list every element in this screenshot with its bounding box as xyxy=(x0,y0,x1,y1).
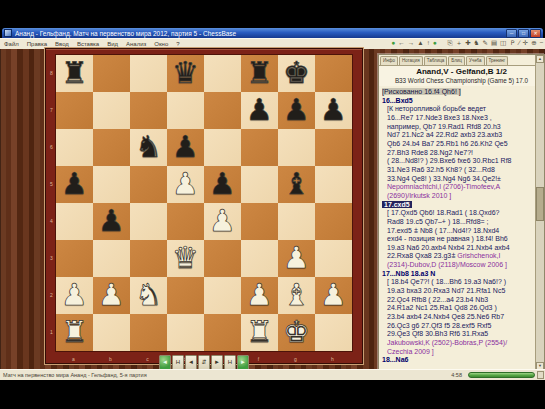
toolbar: ●←→▲↑●⎘＋✚♞✎▤◫Ｐ∕✛⊕− xyxy=(390,38,545,48)
current-move[interactable]: 17.cxd5 xyxy=(382,201,412,208)
square-f5[interactable] xyxy=(241,166,278,203)
square-c4[interactable] xyxy=(130,203,167,240)
black-pawn-e5[interactable]: ♟ xyxy=(204,166,241,203)
minimize-button[interactable]: ─ xyxy=(506,29,517,38)
black-pawn-b4[interactable]: ♟ xyxy=(93,203,130,240)
notation-line[interactable]: [Рискованно 16.f4 Qh6! ] xyxy=(382,88,534,97)
black-bishop-g5[interactable]: ♝ xyxy=(278,166,315,203)
notation-scrollbar[interactable]: ▲ ▼ xyxy=(535,55,544,370)
notation-segment[interactable]: 17.exd5 ⩲ Nb8 ( 17...Nd4!? 18.Nxd4 xyxy=(387,227,499,234)
minus-icon[interactable]: − xyxy=(540,38,544,48)
menu-item-5[interactable]: Вид xyxy=(107,41,118,47)
notation-line[interactable]: 33.Ng4 Qe8! ) 33.Ng4 Ng6 34.Qe2!± xyxy=(382,175,534,184)
black-pawn-g7[interactable]: ♟ xyxy=(278,92,315,129)
notation-segment[interactable]: 18...Na6 xyxy=(382,356,408,363)
plus-icon[interactable]: ＋ xyxy=(456,38,463,48)
square-d8[interactable]: ♛ xyxy=(167,55,204,92)
notation-segment[interactable]: 19.a3 bxa3 20.Rxa3 Nd7 21.Rfa1 Nc5 xyxy=(387,287,505,294)
notation-segment[interactable]: Czechia 2009 ] xyxy=(387,348,434,355)
white-king-g1[interactable]: ♚ xyxy=(278,314,315,351)
notation-line[interactable]: 22.Rxa8 Qxa8 23.g3⩲ Grishchenok,I xyxy=(382,252,534,261)
white-pawn-h2[interactable]: ♟ xyxy=(315,277,352,314)
notation-segment[interactable]: Nepomniachtchi,I (2706)-Timofeev,A xyxy=(387,183,500,190)
square-c3[interactable] xyxy=(130,240,167,277)
white-pawn-b2[interactable]: ♟ xyxy=(93,277,130,314)
white-pawn-d5[interactable]: ♟ xyxy=(167,166,204,203)
square-g6[interactable] xyxy=(278,129,315,166)
panel-tabs: ИнфоНотацияТаблицаБлицУчебаТренинг xyxy=(379,55,544,65)
black-pawn-d6[interactable]: ♟ xyxy=(167,129,204,166)
zoom-icon[interactable]: ⊕ xyxy=(531,38,536,48)
flip-board-button[interactable]: ⇵ xyxy=(198,355,210,370)
notation-segment[interactable]: 31.Ne3 Ra6 32.h5 Kh8? ( 32...Rd8 xyxy=(387,166,495,173)
square-e7[interactable] xyxy=(204,92,241,129)
rank-label-3: 3 xyxy=(48,240,55,277)
notation-line[interactable]: Qb6 24.b4 Ba7 25.Rb1 h6 26.Kh2 Qe5 xyxy=(382,140,534,149)
notation-segment[interactable]: Qb6 24.b4 Ba7 25.Rb1 h6 26.Kh2 Qe5 xyxy=(387,140,508,147)
square-d5[interactable]: ♟ xyxy=(167,166,204,203)
time-label: 4:58 xyxy=(451,372,462,378)
notation-text[interactable]: [Рискованно 16.f4 Qh6! ]16...Bxd5[К нето… xyxy=(382,88,534,368)
notation-line[interactable]: 16...Re7 17.Nde3 Bxe3 18.Nxe3 , xyxy=(382,114,534,123)
menu-item-1[interactable]: Файл xyxy=(4,41,19,47)
square-g8[interactable]: ♚ xyxy=(278,55,315,92)
menu-item-4[interactable]: Вставка xyxy=(77,41,99,47)
notation-line[interactable]: 31.Ne3 Ra6 32.h5 Kh8? ( 32...Rd8 xyxy=(382,166,534,175)
square-h1[interactable] xyxy=(315,314,352,351)
square-g4[interactable] xyxy=(278,203,315,240)
white-pawn-g3[interactable]: ♟ xyxy=(278,240,315,277)
takeback-button[interactable]: ◄ xyxy=(185,355,197,370)
maximize-button[interactable]: □ xyxy=(518,29,529,38)
square-a4[interactable] xyxy=(56,203,93,240)
square-a5[interactable]: ♟ xyxy=(56,166,93,203)
notation-segment[interactable]: 29.Qe3 Qf8 30.Bh3 Rf6 31.Rxa5 xyxy=(387,330,488,337)
notation-line[interactable]: 16...Bxd5 xyxy=(382,97,534,106)
square-f6[interactable] xyxy=(241,129,278,166)
square-c2[interactable]: ♞ xyxy=(130,277,167,314)
notation-segment[interactable]: 16...Bxd5 xyxy=(382,97,413,104)
jump-start-button[interactable]: H xyxy=(172,355,184,370)
scroll-up-arrow[interactable]: ▲ xyxy=(536,55,544,63)
black-rook-f8[interactable]: ♜ xyxy=(241,55,278,92)
square-h2[interactable]: ♟ xyxy=(315,277,352,314)
up-triangle-icon[interactable]: ▲ xyxy=(417,38,423,48)
square-e4[interactable]: ♟ xyxy=(204,203,241,240)
square-f4[interactable] xyxy=(241,203,278,240)
app-icon xyxy=(4,29,12,37)
square-b6[interactable] xyxy=(93,129,130,166)
square-e3[interactable] xyxy=(204,240,241,277)
black-queen-d8[interactable]: ♛ xyxy=(167,55,204,92)
menu-item-6[interactable]: Анализ xyxy=(126,41,146,47)
rank-label-5: 5 xyxy=(48,166,55,203)
black-pawn-a5[interactable]: ♟ xyxy=(56,166,93,203)
notation-segment[interactable]: 24.R1a2 Nc1 25.Ra1 Qd8 26.Qd3 ) xyxy=(387,304,497,311)
notation-segment[interactable]: 17...Nb8 18.a3 N xyxy=(382,270,435,277)
notation-line[interactable]: [ 17.Qxd5 Qb6! 18.Rad1 ( 18.Qxd6? xyxy=(382,209,534,218)
square-d3[interactable]: ♛ xyxy=(167,240,204,277)
notation-segment[interactable]: 23.b4 axb4 24.Nxb4 Qe8 25.Ne6 Rb7 xyxy=(387,313,504,320)
notation-segment[interactable]: exd4 - позиция не равная ) 18.f4! Bh6 xyxy=(387,235,508,242)
notation-segment[interactable]: (2690)/Irkutsk 2010 ] xyxy=(387,192,451,199)
notation-line[interactable]: например, Qb7 19.Rad1 Rfd8 20.h3 xyxy=(382,123,534,132)
rank-label-7: 7 xyxy=(48,92,55,129)
black-pawn-f7[interactable]: ♟ xyxy=(241,92,278,129)
square-f1[interactable]: ♜ xyxy=(241,314,278,351)
notation-segment[interactable]: [ 17.Qxd5 Qb6! 18.Rad1 ( 18.Qxd6? xyxy=(387,209,499,216)
notation-segment[interactable]: 16...Re7 17.Nde3 Bxe3 18.Nxe3 , xyxy=(387,114,492,121)
pencil-icon[interactable]: ✎ xyxy=(482,38,487,48)
square-h8[interactable] xyxy=(315,55,352,92)
game-players: Anand,V - Gelfand,B 1/2 xyxy=(379,67,544,76)
notation-line[interactable]: Rad8 19.c5 Qb7–+ ) 18...Rfd8= ; xyxy=(382,218,534,227)
file-label-b: b xyxy=(92,356,129,362)
panel-tab-5[interactable]: Учеба xyxy=(466,56,485,65)
black-king-g8[interactable]: ♚ xyxy=(278,55,315,92)
close-button[interactable]: ✕ xyxy=(530,29,541,38)
file-label-g: g xyxy=(277,356,314,362)
square-h7[interactable]: ♟ xyxy=(315,92,352,129)
white-knight-c2[interactable]: ♞ xyxy=(130,277,167,314)
notation-line[interactable]: 24.R1a2 Nc1 25.Ra1 Qd8 26.Qd3 ) xyxy=(382,304,534,313)
board-grid: ♜♛♜♚♟♟♟♞♟♟♟♟♝♟♟♛♟♟♟♞♟♝♟♜♜♚ xyxy=(55,54,353,352)
window-controls: ─□✕ xyxy=(506,29,541,38)
notation-line[interactable]: 29.Qe3 Qf8 30.Bh3 Rf6 31.Rxa5 xyxy=(382,330,534,339)
notation-segment[interactable]: [Рискованно 16.f4 Qh6! ] xyxy=(382,88,461,95)
rank-labels: 87654321 xyxy=(48,55,55,351)
square-h3[interactable] xyxy=(315,240,352,277)
forward-button[interactable]: ► xyxy=(211,355,223,370)
white-rook-a1[interactable]: ♜ xyxy=(56,314,93,351)
square-c8[interactable] xyxy=(130,55,167,92)
square-h5[interactable] xyxy=(315,166,352,203)
square-g7[interactable]: ♟ xyxy=(278,92,315,129)
square-b5[interactable] xyxy=(93,166,130,203)
notation-segment[interactable]: 27.Bh3 Rde8 28.Ng2 Ne7?! xyxy=(387,149,473,156)
rank-label-4: 4 xyxy=(48,203,55,240)
square-b2[interactable]: ♟ xyxy=(93,277,130,314)
menu-item-2[interactable]: Правка xyxy=(27,41,47,47)
square-f8[interactable]: ♜ xyxy=(241,55,278,92)
square-h6[interactable] xyxy=(315,129,352,166)
game-navigation-bar: ◄H◄⇵►H► xyxy=(159,355,249,370)
notation-line[interactable]: ( 28...Nd8!? ) 29.Bxe6 fxe6 30.Rbc1 Rf8 xyxy=(382,157,534,166)
square-b8[interactable] xyxy=(93,55,130,92)
notation-line[interactable]: (2314)-Dubov,D (2118)/Moscow 2006 ] xyxy=(382,261,534,270)
notation-line[interactable]: Jakubowski,K (2502)-Bobras,P (2554)/ xyxy=(382,339,534,348)
notation-line[interactable]: (2690)/Irkutsk 2010 ] xyxy=(382,192,534,201)
square-g5[interactable]: ♝ xyxy=(278,166,315,203)
menu-item-7[interactable]: Окно xyxy=(154,41,168,47)
square-a3[interactable] xyxy=(56,240,93,277)
white-queen-d3[interactable]: ♛ xyxy=(167,240,204,277)
status-text: Матч на первенство мира Ананд - Гельфанд… xyxy=(3,372,147,378)
slash-icon[interactable]: ∕ xyxy=(519,38,520,48)
white-bishop-g2[interactable]: ♝ xyxy=(278,277,315,314)
notation-segment[interactable]: Rad8 19.c5 Qb7–+ ) 18...Rfd8= ; xyxy=(387,218,489,225)
notation-line[interactable]: Nd7 21.Nc2 a4 22.Rd2 axb3 23.axb3 xyxy=(382,131,534,140)
square-e2[interactable] xyxy=(204,277,241,314)
notation-line[interactable]: [К неторопливой борьбе ведет xyxy=(382,105,534,114)
target-icon[interactable]: ✛ xyxy=(523,38,528,48)
square-e8[interactable] xyxy=(204,55,241,92)
square-e5[interactable]: ♟ xyxy=(204,166,241,203)
notation-line[interactable]: Czechia 2009 ] xyxy=(382,348,534,357)
square-d7[interactable] xyxy=(167,92,204,129)
window-titlebar[interactable]: Ананд - Гельфанд. Матч на первенство мир… xyxy=(2,28,543,38)
white-pawn-a2[interactable]: ♟ xyxy=(56,277,93,314)
square-d4[interactable] xyxy=(167,203,204,240)
square-d1[interactable] xyxy=(167,314,204,351)
notation-segment[interactable]: Nd7 21.Nc2 a4 22.Rd2 axb3 23.axb3 xyxy=(387,131,502,138)
square-b3[interactable] xyxy=(93,240,130,277)
annotate-cross-icon[interactable]: ✚ xyxy=(465,38,470,48)
game-header: Anand,V - Gelfand,B 1/2 B33 World Chess … xyxy=(379,65,544,86)
progress-end-cap xyxy=(537,371,544,379)
up-arrow-icon[interactable]: ↑ xyxy=(427,38,430,48)
game-info: B33 World Chess Championship (Game 5) 17… xyxy=(379,77,544,84)
notation-line[interactable]: 17.exd5 ⩲ Nb8 ( 17...Nd4!? 18.Nxd4 xyxy=(382,227,534,236)
panel-tab-2[interactable]: Нотация xyxy=(399,56,423,65)
notation-segment[interactable]: [К неторопливой борьбе ведет xyxy=(387,105,486,112)
window-title: Ананд - Гельфанд. Матч на первенство мир… xyxy=(15,30,506,37)
white-pawn-f2[interactable]: ♟ xyxy=(241,277,278,314)
progress-bar[interactable] xyxy=(468,372,535,378)
file-label-h: h xyxy=(314,356,351,362)
copy-icon[interactable]: ⎘ xyxy=(447,38,452,48)
rank-label-2: 2 xyxy=(48,277,55,314)
black-rook-a8[interactable]: ♜ xyxy=(56,55,93,92)
media-prev-button[interactable]: ◄ xyxy=(159,355,171,370)
notation-line[interactable]: 26.Qc3 g6 27.Qf3 f5 28.exf5 Rxf5 xyxy=(382,322,534,331)
panel-tab-1[interactable]: Инфо xyxy=(380,56,398,65)
square-d2[interactable] xyxy=(167,277,204,314)
jump-end-button[interactable]: H xyxy=(224,355,236,370)
square-a6[interactable] xyxy=(56,129,93,166)
square-c5[interactable] xyxy=(130,166,167,203)
white-rook-f1[interactable]: ♜ xyxy=(241,314,278,351)
rank-label-1: 1 xyxy=(48,314,55,351)
square-b1[interactable] xyxy=(93,314,130,351)
square-c1[interactable] xyxy=(130,314,167,351)
square-b4[interactable]: ♟ xyxy=(93,203,130,240)
forward-arrow-icon[interactable]: → xyxy=(408,38,415,48)
notation-segment[interactable]: 22.Rxa8 Qxa8 23.g3⩲ xyxy=(387,252,457,259)
white-pawn-e4[interactable]: ♟ xyxy=(204,203,241,240)
notation-segment[interactable]: (2314)-Dubov,D (2118)/Moscow 2006 ] xyxy=(387,261,507,268)
notation-segment[interactable]: 19.a3 Na6 20.axb4 Nxb4 21.Nxb4 axb4 xyxy=(387,244,510,251)
square-g1[interactable]: ♚ xyxy=(278,314,315,351)
square-c6[interactable]: ♞ xyxy=(130,129,167,166)
green-ball-icon[interactable]: ● xyxy=(433,38,437,48)
black-knight-c6[interactable]: ♞ xyxy=(130,129,167,166)
notation-line[interactable]: 19.a3 Na6 20.axb4 Nxb4 21.Nxb4 axb4 xyxy=(382,244,534,253)
square-a1[interactable]: ♜ xyxy=(56,314,93,351)
knight-icon[interactable]: ♞ xyxy=(474,38,480,48)
panel-tab-3[interactable]: Таблица xyxy=(424,56,448,65)
notation-line[interactable]: 23.b4 axb4 24.Nxb4 Qe8 25.Ne6 Rb7 xyxy=(382,313,534,322)
scroll-thumb[interactable] xyxy=(536,187,544,221)
square-a2[interactable]: ♟ xyxy=(56,277,93,314)
menu-item-3[interactable]: Ввод xyxy=(55,41,69,47)
square-g3[interactable]: ♟ xyxy=(278,240,315,277)
panel-tab-6[interactable]: Тренинг xyxy=(486,56,509,65)
notation-segment[interactable]: 22.Qc4 Rfb8 ( 22...a4 23.b4 Nb3 xyxy=(387,296,488,303)
file-label-a: a xyxy=(55,356,92,362)
square-d6[interactable]: ♟ xyxy=(167,129,204,166)
notation-line[interactable]: [ 18.b4 Qe7?! ( 18...Bh6 19.a3 Na6!? ) xyxy=(382,278,534,287)
board-window-icon[interactable]: ◫ xyxy=(500,38,506,48)
square-c7[interactable] xyxy=(130,92,167,129)
square-g2[interactable]: ♝ xyxy=(278,277,315,314)
notation-segment[interactable]: 33.Ng4 Qe8! ) 33.Ng4 Ng6 34.Qe2!± xyxy=(387,175,501,182)
notation-line[interactable]: 17...Nb8 18.a3 N xyxy=(382,270,534,279)
status-bar: Матч на первенство мира Ананд - Гельфанд… xyxy=(0,369,545,380)
menu-item-8[interactable]: ? xyxy=(176,41,179,47)
notation-segment[interactable]: Grishchenok,I xyxy=(457,252,500,259)
video-frame: Ананд - Гельфанд. Матч на первенство мир… xyxy=(0,0,545,409)
notation-line[interactable]: 17.cxd5 xyxy=(382,201,534,210)
square-f7[interactable]: ♟ xyxy=(241,92,278,129)
black-pawn-h7[interactable]: ♟ xyxy=(315,92,352,129)
square-a7[interactable] xyxy=(56,92,93,129)
rank-label-8: 8 xyxy=(48,55,55,92)
notation-segment[interactable]: [ 18.b4 Qe7?! ( 18...Bh6 19.a3 Na6!? ) xyxy=(387,278,506,285)
square-f3[interactable] xyxy=(241,240,278,277)
notation-line[interactable]: 18...Na6 xyxy=(382,356,534,365)
notation-segment[interactable]: Jakubowski,K (2502)-Bobras,P (2554)/ xyxy=(387,339,507,346)
square-e1[interactable] xyxy=(204,314,241,351)
notation-segment[interactable]: 26.Qc3 g6 27.Qf3 f5 28.exf5 Rxf5 xyxy=(387,322,491,329)
square-a8[interactable]: ♜ xyxy=(56,55,93,92)
notation-panel: ИнфоНотацияТаблицаБлицУчебаТренинг Anand… xyxy=(378,54,545,371)
promotion-icon[interactable]: Ｐ xyxy=(509,38,516,48)
panel-tab-4[interactable]: Блиц xyxy=(448,56,465,65)
notation-segment[interactable]: ( 28...Nd8!? ) 29.Bxe6 fxe6 30.Rbc1 Rf8 xyxy=(387,157,512,164)
green-ball-icon[interactable]: ● xyxy=(391,38,395,48)
square-f2[interactable]: ♟ xyxy=(241,277,278,314)
list-icon[interactable]: ▤ xyxy=(491,38,497,48)
notation-line[interactable]: 27.Bh3 Rde8 28.Ng2 Ne7?! xyxy=(382,149,534,158)
notation-line[interactable]: 22.Qc4 Rfb8 ( 22...a4 23.b4 Nb3 xyxy=(382,296,534,305)
notation-segment[interactable]: например, Qb7 19.Rad1 Rfd8 20.h3 xyxy=(387,123,501,130)
media-next-button[interactable]: ► xyxy=(237,355,249,370)
chess-board: 87654321 ♜♛♜♚♟♟♟♞♟♟♟♟♝♟♟♛♟♟♟♞♟♝♟♜♜♚ abcd… xyxy=(45,48,363,364)
notation-line[interactable]: Nepomniachtchi,I (2706)-Timofeev,A xyxy=(382,183,534,192)
square-b7[interactable] xyxy=(93,92,130,129)
square-h4[interactable] xyxy=(315,203,352,240)
square-e6[interactable] xyxy=(204,129,241,166)
notation-line[interactable]: exd4 - позиция не равная ) 18.f4! Bh6 xyxy=(382,235,534,244)
notation-line[interactable]: 19.a3 bxa3 20.Rxa3 Nd7 21.Rfa1 Nc5 xyxy=(382,287,534,296)
rank-label-6: 6 xyxy=(48,129,55,166)
back-arrow-icon[interactable]: ← xyxy=(398,38,405,48)
